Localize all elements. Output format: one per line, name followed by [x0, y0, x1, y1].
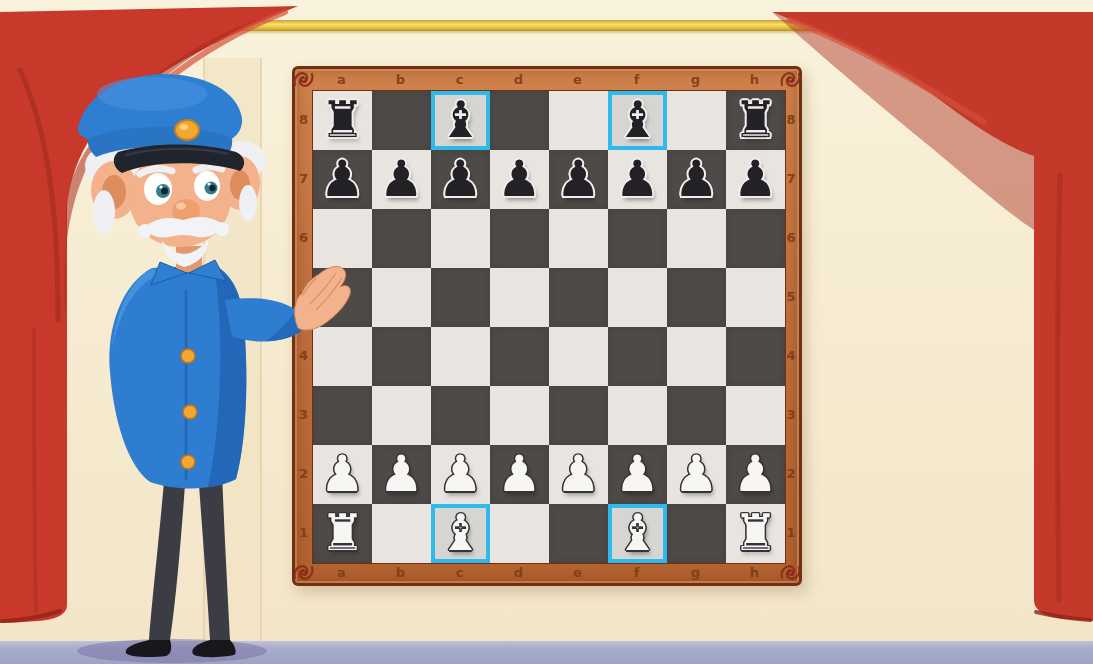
tutor-character	[0, 0, 1093, 664]
tutor-arm	[225, 298, 303, 341]
chess-tutorial-scene: abcdefgh abcdefgh 87654321 87654321 ♜♝♝♜…	[0, 0, 1093, 664]
tutor-legs	[126, 470, 236, 657]
tutor-shadow	[77, 639, 267, 663]
tutor-coat	[109, 265, 246, 488]
tutor-hand	[295, 266, 351, 330]
